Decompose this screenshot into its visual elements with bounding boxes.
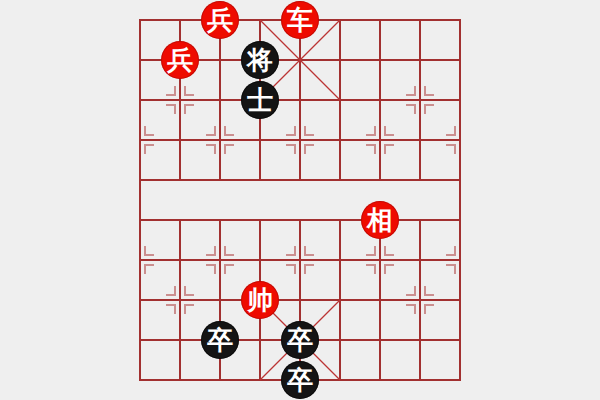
piece-red-general[interactable]: 帅 (241, 281, 279, 319)
piece-black-general[interactable]: 将 (241, 41, 279, 79)
piece-red-soldier-2[interactable]: 兵 (161, 41, 199, 79)
piece-red-elephant[interactable]: 相 (361, 201, 399, 239)
piece-black-advisor[interactable]: 士 (241, 81, 279, 119)
piece-red-chariot[interactable]: 车 (281, 1, 319, 39)
xiangqi-app: 兵车兵将士相帅卒卒卒 (0, 0, 600, 400)
piece-black-soldier-3[interactable]: 卒 (281, 361, 319, 399)
piece-red-soldier-1[interactable]: 兵 (201, 1, 239, 39)
xiangqi-board: 兵车兵将士相帅卒卒卒 (120, 0, 480, 400)
piece-black-soldier-1[interactable]: 卒 (201, 321, 239, 359)
piece-black-soldier-2[interactable]: 卒 (281, 321, 319, 359)
